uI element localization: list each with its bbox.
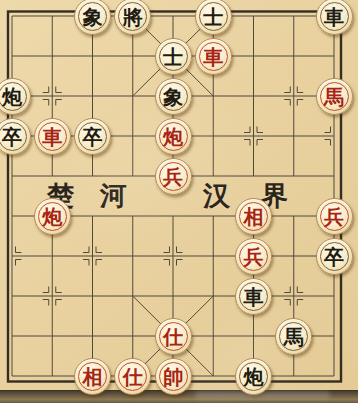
piece-ring: 卒 (320, 242, 349, 271)
piece-glyph: 車 (324, 7, 344, 27)
piece-glyph: 仕 (123, 367, 143, 387)
piece-ring: 車 (320, 2, 349, 31)
piece-red-elephant-2[interactable]: 相 (74, 358, 111, 395)
piece-ring: 將 (118, 2, 147, 31)
piece-black-soldier-3[interactable]: 卒 (316, 238, 353, 275)
piece-glyph: 士 (203, 7, 223, 27)
piece-red-chariot-2[interactable]: 車 (34, 118, 71, 155)
piece-ring: 炮 (38, 202, 67, 231)
piece-red-advisor-1[interactable]: 仕 (155, 318, 192, 355)
piece-glyph: 兵 (163, 167, 183, 187)
piece-glyph: 仕 (163, 327, 183, 347)
piece-glyph: 象 (83, 7, 103, 27)
piece-glyph: 車 (203, 47, 223, 67)
piece-ring: 兵 (320, 202, 349, 231)
piece-red-soldier-1[interactable]: 兵 (155, 158, 192, 195)
piece-ring: 車 (239, 282, 268, 311)
piece-ring: 帥 (159, 362, 188, 391)
piece-glyph: 卒 (324, 247, 344, 267)
piece-ring: 車 (38, 122, 67, 151)
piece-glyph: 相 (244, 207, 264, 227)
piece-glyph: 相 (83, 367, 103, 387)
piece-black-cannon-2[interactable]: 炮 (235, 358, 272, 395)
piece-ring: 相 (78, 362, 107, 391)
piece-red-soldier-2[interactable]: 兵 (316, 198, 353, 235)
piece-glyph: 炮 (42, 207, 62, 227)
piece-ring: 炮 (239, 362, 268, 391)
piece-glyph: 卒 (2, 127, 22, 147)
piece-black-general[interactable]: 將 (114, 0, 151, 35)
piece-glyph: 炮 (244, 367, 264, 387)
piece-black-chariot-1[interactable]: 車 (316, 0, 353, 35)
piece-black-horse[interactable]: 馬 (275, 318, 312, 355)
piece-red-elephant-1[interactable]: 相 (235, 198, 272, 235)
piece-ring: 仕 (118, 362, 147, 391)
piece-glyph: 士 (163, 47, 183, 67)
piece-red-cannon-2[interactable]: 炮 (34, 198, 71, 235)
piece-glyph: 馬 (284, 327, 304, 347)
xiangqi-board: 楚河 汉界 象將士車士車炮象馬卒車卒炮兵炮相兵兵卒車仕馬相仕帥炮 (0, 0, 358, 403)
piece-black-cannon-1[interactable]: 炮 (0, 78, 31, 115)
piece-glyph: 車 (244, 287, 264, 307)
piece-glyph: 帥 (163, 367, 183, 387)
piece-black-elephant-1[interactable]: 象 (74, 0, 111, 35)
piece-glyph: 炮 (163, 127, 183, 147)
piece-glyph: 馬 (324, 87, 344, 107)
piece-ring: 仕 (159, 322, 188, 351)
piece-black-soldier-1[interactable]: 卒 (0, 118, 31, 155)
piece-glyph: 將 (123, 7, 143, 27)
piece-red-horse[interactable]: 馬 (316, 78, 353, 115)
piece-black-advisor-2[interactable]: 士 (155, 38, 192, 75)
piece-ring: 士 (199, 2, 228, 31)
piece-ring: 馬 (279, 322, 308, 351)
piece-ring: 兵 (239, 242, 268, 271)
piece-ring: 象 (159, 82, 188, 111)
piece-red-general[interactable]: 帥 (155, 358, 192, 395)
piece-ring: 車 (199, 42, 228, 71)
piece-red-soldier-3[interactable]: 兵 (235, 238, 272, 275)
piece-glyph: 象 (163, 87, 183, 107)
piece-red-advisor-2[interactable]: 仕 (114, 358, 151, 395)
piece-black-soldier-2[interactable]: 卒 (74, 118, 111, 155)
piece-glyph: 卒 (83, 127, 103, 147)
piece-red-cannon-1[interactable]: 炮 (155, 118, 192, 155)
piece-ring: 士 (159, 42, 188, 71)
piece-ring: 炮 (0, 82, 27, 111)
piece-ring: 象 (78, 2, 107, 31)
piece-red-chariot-1[interactable]: 車 (195, 38, 232, 75)
piece-ring: 炮 (159, 122, 188, 151)
piece-ring: 兵 (159, 162, 188, 191)
piece-glyph: 兵 (244, 247, 264, 267)
piece-ring: 卒 (0, 122, 27, 151)
piece-glyph: 炮 (2, 87, 22, 107)
piece-black-chariot-2[interactable]: 車 (235, 278, 272, 315)
piece-ring: 相 (239, 202, 268, 231)
piece-black-advisor-1[interactable]: 士 (195, 0, 232, 35)
piece-glyph: 兵 (324, 207, 344, 227)
piece-ring: 卒 (78, 122, 107, 151)
piece-glyph: 車 (42, 127, 62, 147)
piece-black-elephant-2[interactable]: 象 (155, 78, 192, 115)
piece-ring: 馬 (320, 82, 349, 111)
